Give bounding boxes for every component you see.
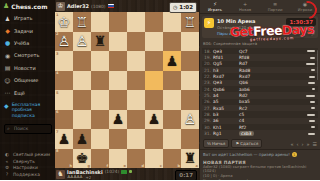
square-c1[interactable] xyxy=(145,12,163,32)
tab-label: Новая xyxy=(239,7,251,12)
footer-item-label: Настройки xyxy=(13,165,38,170)
square-a5[interactable] xyxy=(181,90,199,110)
opponent-name[interactable]: Adler32 xyxy=(67,3,89,9)
draw-button[interactable]: ½ Ничья xyxy=(203,139,229,148)
Задачи-icon: ◆ xyxy=(4,27,11,34)
footer-item-label: Поддержка xyxy=(13,172,40,177)
menu-button[interactable]: ☰ xyxy=(313,141,317,147)
opponent-avatar[interactable]: ♔ xyxy=(56,2,65,11)
back-button[interactable]: ‹ xyxy=(296,141,298,147)
sidebar-footer-Светлый режим[interactable]: ◐Светлый режим xyxy=(0,151,55,158)
white-pawn: ♙ xyxy=(55,32,73,52)
black-move[interactable]: Rd2 xyxy=(239,93,265,98)
go-start-button[interactable]: « xyxy=(290,141,293,147)
move-number: 25. xyxy=(204,93,213,98)
square-f1[interactable] xyxy=(91,12,109,32)
sidebar-item-Играть[interactable]: ♟Играть xyxy=(0,12,55,24)
square-e6[interactable]: ♟ xyxy=(109,110,127,130)
white-move[interactable]: Rxd7 xyxy=(213,74,239,79)
half-icon: ½ xyxy=(207,141,211,146)
square-a6[interactable]: ♙ xyxy=(181,110,199,130)
square-c5[interactable] xyxy=(145,90,163,110)
black-move[interactable]: Rxd7 xyxy=(239,74,265,79)
square-d8[interactable]: d xyxy=(127,149,145,169)
square-f2[interactable]: ♜ xyxy=(91,32,109,52)
file-label: f xyxy=(106,164,108,168)
share-icon[interactable]: ↗ xyxy=(311,31,315,37)
Свернуть-icon: « xyxy=(4,159,10,164)
square-g6[interactable] xyxy=(73,110,91,130)
resign-button[interactable]: ⚑ Сдаться xyxy=(231,139,262,148)
move-number: 29. xyxy=(204,118,213,123)
opponent-flag-icon xyxy=(108,4,114,8)
go-end-button[interactable]: » xyxy=(306,141,309,147)
white-move[interactable]: Qe3 xyxy=(213,80,239,85)
square-h6[interactable]: 6 xyxy=(55,110,73,130)
sidebar-item-Смотреть[interactable]: ◉Смотреть xyxy=(0,49,55,61)
square-d5[interactable] xyxy=(127,90,145,110)
captured-pieces: ♙♙♙♙♙ xyxy=(67,175,82,179)
player-bar: ♞ lanBachinski (1024) ♙♙♙♙♙ +2 0:17 xyxy=(55,168,199,180)
square-c6[interactable]: ♟ xyxy=(145,110,163,130)
square-e3[interactable] xyxy=(109,51,127,71)
square-b6[interactable] xyxy=(163,110,181,130)
sidebar-item-label: Новости xyxy=(14,65,36,71)
black-move[interactable]: Rf2 xyxy=(239,125,265,130)
square-d3[interactable] xyxy=(127,51,145,71)
move-number: 18. xyxy=(204,49,213,54)
move-number: 28. xyxy=(204,112,213,117)
black-move[interactable]: Rd7 xyxy=(239,61,265,66)
sidebar-item-Общение[interactable]: ☺Общение xyxy=(0,74,55,86)
forward-button[interactable]: › xyxy=(301,141,303,147)
square-d1[interactable] xyxy=(127,12,145,32)
sidebar-item-Новости[interactable]: ▤Новости xyxy=(0,62,55,74)
square-c8[interactable]: c xyxy=(145,149,163,169)
Учёба-icon: ● xyxy=(4,39,11,46)
move-number: 31. xyxy=(204,131,213,136)
square-b3[interactable]: ♟ xyxy=(163,51,181,71)
square-a3[interactable] xyxy=(181,51,199,71)
player-clock: 0:17 xyxy=(175,170,197,181)
file-label: h xyxy=(69,164,72,168)
file-label: b xyxy=(177,164,180,168)
move-number: 22. xyxy=(204,74,213,79)
tab-Игроки[interactable]: ◉Игроки xyxy=(290,0,320,13)
white-move[interactable]: a5 xyxy=(213,99,239,104)
black-rook: ♜ xyxy=(91,32,109,52)
arena-card[interactable]: ⚡ 10 Min Арена Осталось: 120 минут Пары … xyxy=(202,16,318,38)
square-b2[interactable] xyxy=(163,32,181,52)
square-h3[interactable]: 3 xyxy=(55,51,73,71)
square-d6[interactable] xyxy=(127,110,145,130)
square-a4[interactable] xyxy=(181,71,199,91)
sidebar-item-Учёба[interactable]: ●Учёба xyxy=(0,37,55,49)
sidebar-item-label: Общение xyxy=(14,77,38,83)
file-label: e xyxy=(124,164,126,168)
white-pawn: ♙ xyxy=(73,32,91,52)
move-time-bar xyxy=(308,133,315,135)
move-time-bar xyxy=(306,95,315,97)
opponent-bar: ♔ Adler32 (1080) ◷ 1:02 xyxy=(55,0,199,12)
square-f3[interactable] xyxy=(91,51,109,71)
square-f8[interactable]: f xyxy=(91,149,109,169)
diamond-icon: ◆ xyxy=(4,102,9,119)
move-time-bar xyxy=(311,126,315,128)
sidebar-item-Задачи[interactable]: ◆Задачи xyxy=(0,24,55,36)
square-h2[interactable]: 2♙ xyxy=(55,32,73,52)
sidebar-footer-Поддержка[interactable]: ?Поддержка xyxy=(0,171,55,178)
white-move[interactable]: Qg5 xyxy=(213,61,239,66)
square-g3[interactable] xyxy=(73,51,91,71)
move-number: 20. xyxy=(204,61,213,66)
footer-item-label: Свернуть xyxy=(13,159,35,164)
goodluck-line: Удачи обоим игрокам! xyxy=(203,179,317,180)
square-e7[interactable] xyxy=(109,129,127,149)
square-e1[interactable] xyxy=(109,12,127,32)
rank-label: 5 xyxy=(56,91,59,95)
square-b1[interactable] xyxy=(163,12,181,32)
square-f7[interactable] xyxy=(91,129,109,149)
Общение-icon: ☺ xyxy=(4,77,11,84)
move-time-bar xyxy=(309,120,315,122)
sidebar-footer-Настройки[interactable]: ⚙Настройки xyxy=(0,164,55,171)
square-c7[interactable] xyxy=(145,129,163,149)
white-move[interactable]: Rxa5 xyxy=(213,106,239,111)
app-window: ♟ Chess.com ♟Играть◆Задачи●Учёба◉Смотрет… xyxy=(0,0,320,180)
player-flag-icon xyxy=(121,170,127,174)
player-rating: (1024) xyxy=(105,169,120,174)
move-number: 23. xyxy=(204,80,213,85)
move-number: 24. xyxy=(204,87,213,92)
white-move[interactable]: Qe3 xyxy=(213,49,239,54)
sidebar-item-Ещё[interactable]: ⋯Ещё xyxy=(0,86,55,98)
current-move[interactable]: cxb3 xyxy=(239,131,254,136)
black-move[interactable]: Rad8 xyxy=(239,68,265,73)
white-move[interactable]: a6 xyxy=(213,118,239,123)
white-move[interactable]: Rfd1 xyxy=(213,55,239,60)
square-a2[interactable] xyxy=(181,32,199,52)
square-c4[interactable] xyxy=(145,71,163,91)
black-rook: ♜ xyxy=(181,149,199,169)
free-trial-link[interactable]: ◆ Бесплатная пробная подписка xyxy=(0,99,55,121)
move-time-bar xyxy=(308,82,315,84)
black-move[interactable]: axb6 xyxy=(239,87,265,92)
Смотреть-icon: ◉ xyxy=(4,52,11,59)
square-e5[interactable] xyxy=(109,90,127,110)
move-number: 30. xyxy=(204,125,213,130)
square-f6[interactable] xyxy=(91,110,109,130)
lastmove-highlight xyxy=(145,71,163,91)
black-move[interactable]: Rfd8 xyxy=(239,55,265,60)
black-pawn: ♟ xyxy=(145,110,163,130)
square-a8[interactable]: a♜ xyxy=(181,149,199,169)
opening-name: B06: Современная защита xyxy=(200,40,320,47)
move-number: 19. xyxy=(204,55,213,60)
rank-label: 3 xyxy=(56,52,59,56)
move-number: 27. xyxy=(204,106,213,111)
clock-icon: ◷ xyxy=(173,4,177,10)
square-c3[interactable] xyxy=(145,51,163,71)
opponent-rating: (1080) xyxy=(91,4,106,9)
logo-text: Chess.com xyxy=(11,3,47,10)
square-h1[interactable]: 1♔ xyxy=(55,12,73,32)
move-list-scrollbar[interactable] xyxy=(317,50,319,80)
game-panel: ⚡Играть+Новая≡Партии◉Игроки ⚡ 10 Min Аре… xyxy=(200,0,320,180)
move-list: 18.Qe3Qc719.Rfd1Rfd820.Qg5Rd721.h3Rad822… xyxy=(202,48,318,137)
tab-Новая[interactable]: +Новая xyxy=(230,0,260,13)
sidebar-item-label: Играть xyxy=(14,15,32,21)
Новости-icon: ▤ xyxy=(4,64,11,71)
Поддержка-icon: ? xyxy=(4,172,10,177)
square-e8[interactable]: e xyxy=(109,149,127,169)
white-move[interactable]: b3 xyxy=(213,112,239,117)
square-f4[interactable] xyxy=(91,71,109,91)
game-controls: ½ Ничья ⚑ Сдаться «‹›»☰ xyxy=(200,138,320,149)
white-rook: ♖ xyxy=(73,12,91,32)
medal-icon: 1 xyxy=(292,152,297,157)
search-input[interactable] xyxy=(12,125,52,132)
white-move[interactable]: a4 xyxy=(213,93,239,98)
Настройки-icon: ⚙ xyxy=(4,165,10,170)
tab-label: Игроки xyxy=(298,7,312,12)
Ещё-icon: ⋯ xyxy=(4,89,11,96)
white-move[interactable]: Rg1 xyxy=(213,131,239,136)
square-c2[interactable] xyxy=(145,32,163,52)
black-move[interactable]: Qb6 xyxy=(239,80,265,85)
Играть-icon: ♟ xyxy=(4,15,11,22)
arena-title: 10 Min Арена xyxy=(217,18,260,24)
tab-Партии[interactable]: ≡Партии xyxy=(260,0,290,13)
search-icon: ⌕ xyxy=(7,125,10,132)
sidebar-item-label: Ещё xyxy=(14,90,25,96)
move-time-bar xyxy=(311,69,315,71)
square-h4[interactable]: 4 xyxy=(55,71,73,91)
square-e4[interactable] xyxy=(109,71,127,91)
square-g2[interactable]: ♙ xyxy=(73,32,91,52)
square-a7[interactable] xyxy=(181,129,199,149)
square-a1[interactable]: ♖ xyxy=(181,12,199,32)
tab-label: Партии xyxy=(268,7,283,12)
black-pawn: ♟ xyxy=(73,129,91,149)
chesscom-logo[interactable]: ♟ Chess.com xyxy=(0,0,55,12)
rank-label: 8 xyxy=(56,149,59,153)
square-b7[interactable] xyxy=(163,129,181,149)
square-f5[interactable] xyxy=(91,90,109,110)
white-move[interactable]: h3 xyxy=(213,68,239,73)
move-time-bar xyxy=(307,50,315,52)
rank-label: 4 xyxy=(56,71,59,75)
square-d7[interactable] xyxy=(127,129,145,149)
tab-label: Играть xyxy=(208,7,222,12)
black-move[interactable]: bxa5 xyxy=(239,99,265,104)
footer-item-label: Светлый режим xyxy=(13,152,50,157)
rank-label: 6 xyxy=(56,110,59,114)
square-g5[interactable] xyxy=(73,90,91,110)
move-time-bar xyxy=(310,101,315,103)
sidebar-item-label: Задачи xyxy=(14,28,33,34)
move-time-bar xyxy=(311,107,315,109)
sidebar-item-label: Смотреть xyxy=(14,52,39,58)
lightning-icon: ⚡ xyxy=(204,18,214,28)
sidebar-footer-Свернуть[interactable]: «Свернуть xyxy=(0,158,55,165)
opponent-clock: ◷ 1:02 xyxy=(169,2,197,13)
move-number: 21. xyxy=(204,68,213,73)
square-h7[interactable]: 7♟ xyxy=(55,129,73,149)
file-label: d xyxy=(141,164,144,168)
black-move[interactable]: c5 xyxy=(239,112,265,117)
square-b8[interactable]: b xyxy=(163,149,181,169)
player-avatar[interactable]: ♞ xyxy=(56,170,65,179)
online-badge xyxy=(129,170,132,173)
square-d4[interactable] xyxy=(127,71,145,91)
square-b4[interactable] xyxy=(163,71,181,91)
chat-area: Вот он идёт Lachhellion — призёр арены! … xyxy=(200,149,320,180)
chess-board: 1♔♖♖2♙♙♜3♟456♟♟♙7♟♟8hg♚fedcba♜ xyxy=(55,12,199,168)
flag-icon: ⚑ xyxy=(235,141,239,146)
black-pawn: ♟ xyxy=(109,110,127,130)
move-time-bar xyxy=(309,76,315,78)
square-h5[interactable]: 5 xyxy=(55,90,73,110)
black-pawn: ♟ xyxy=(55,129,73,149)
square-g7[interactable]: ♟ xyxy=(73,129,91,149)
move-time-bar xyxy=(307,114,315,116)
arena-standings-link[interactable]: Пары и таблица xyxy=(217,31,260,36)
white-move[interactable]: Kh1 xyxy=(213,125,239,130)
square-g4[interactable] xyxy=(73,71,91,91)
material-advantage: +2 xyxy=(85,175,91,180)
white-move[interactable]: Qxb6 xyxy=(213,87,239,92)
black-pawn: ♟ xyxy=(163,51,181,71)
square-g8[interactable]: g♚ xyxy=(73,149,91,169)
black-king: ♚ xyxy=(73,149,91,169)
move-row: 31.Rg1cxb3 xyxy=(202,130,318,136)
square-b5[interactable] xyxy=(163,90,181,110)
square-g1[interactable]: ♖ xyxy=(73,12,91,32)
move-time-bar xyxy=(306,63,315,65)
arena-timer: 1:30:37 xyxy=(286,18,316,26)
white-pawn: ♙ xyxy=(181,110,199,130)
free-trial-label: Бесплатная пробная подписка xyxy=(12,102,46,119)
Светлый режим-icon: ◐ xyxy=(4,152,10,157)
chat-message: Вот он идёт Lachhellion — призёр арены! xyxy=(203,152,290,157)
file-label: c xyxy=(160,164,162,168)
arena-subtitle: Осталось: 120 минут xyxy=(217,25,260,30)
square-e2[interactable] xyxy=(109,32,127,52)
move-time-bar xyxy=(310,57,315,59)
sidebar-search[interactable]: ⌕ xyxy=(4,124,52,134)
white-rook: ♖ xyxy=(181,12,199,32)
black-move[interactable]: Qc7 xyxy=(239,49,265,54)
black-move[interactable]: c4 xyxy=(239,118,265,123)
move-time-bar xyxy=(312,88,315,90)
square-d2[interactable] xyxy=(127,32,145,52)
white-king: ♔ xyxy=(55,12,73,32)
move-number: 26. xyxy=(204,99,213,104)
sidebar-item-label: Учёба xyxy=(14,40,29,46)
sidebar: ♟ Chess.com ♟Играть◆Задачи●Учёба◉Смотрет… xyxy=(0,0,55,180)
square-h8[interactable]: 8h xyxy=(55,149,73,169)
logo-pawn-icon: ♟ xyxy=(3,2,9,10)
tab-Играть[interactable]: ⚡Играть xyxy=(200,0,230,13)
black-move[interactable]: Rc2 xyxy=(239,106,265,111)
